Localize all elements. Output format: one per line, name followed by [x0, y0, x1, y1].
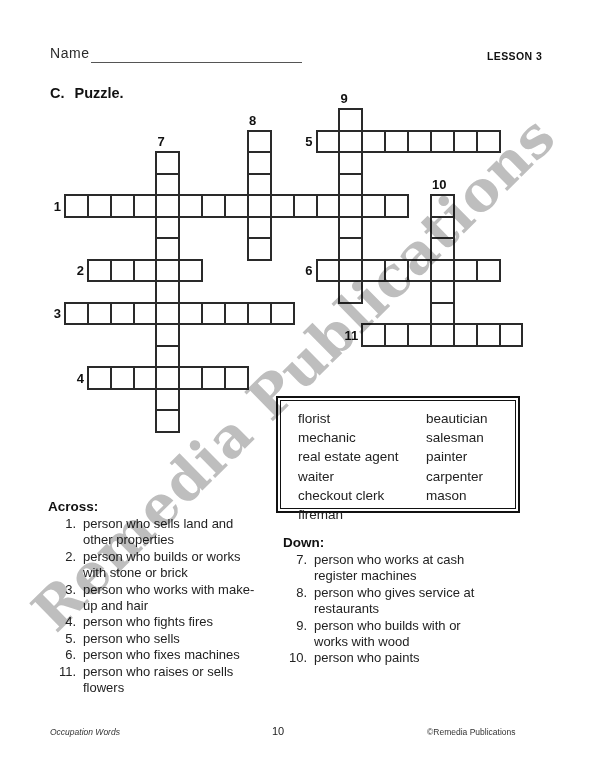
- across-clue-list: 1.person who sells land and other proper…: [48, 516, 260, 696]
- cell-r4-c9[interactable]: [270, 194, 295, 218]
- cell-r4-c1[interactable]: [87, 194, 112, 218]
- across-clue-1: 1.person who sells land and other proper…: [48, 516, 260, 549]
- cell-r1-c15[interactable]: [407, 130, 432, 154]
- cell-r5-c16[interactable]: [430, 216, 455, 240]
- cell-r4-c6[interactable]: [201, 194, 226, 218]
- clue-number: 5.: [48, 631, 76, 647]
- cell-r1-c18[interactable]: [476, 130, 501, 154]
- cell-r7-c17[interactable]: [453, 259, 478, 283]
- worksheet-page: Name LESSON 3 C.Puzzle. 1234561178910 fl…: [0, 0, 600, 780]
- word-bank-right-column: beauticiansalesmanpaintercarpentermason: [426, 409, 488, 508]
- clue-number-8-down: 8: [249, 113, 256, 128]
- down-clue-10: 10.person who paints: [283, 650, 480, 666]
- word-bank-item: real estate agent: [298, 447, 426, 466]
- cell-r2-c12[interactable]: [338, 151, 363, 175]
- word-bank-item: salesman: [426, 428, 488, 447]
- across-clue-5: 5.person who sells: [48, 631, 260, 647]
- word-bank-item: mechanic: [298, 428, 426, 447]
- cell-r7-c1[interactable]: [87, 259, 112, 283]
- cell-r1-c8[interactable]: [247, 130, 272, 154]
- across-clue-2: 2.person who builds or works with stone …: [48, 549, 260, 582]
- cell-r3-c12[interactable]: [338, 173, 363, 197]
- word-bank-item: waiter: [298, 467, 426, 486]
- cell-r4-c16[interactable]: [430, 194, 455, 218]
- cell-r12-c3[interactable]: [133, 366, 158, 390]
- cell-r1-c11[interactable]: [316, 130, 341, 154]
- clue-number: 6.: [48, 647, 76, 663]
- across-clue-11: 11.person who raises or sells flowers: [48, 664, 260, 697]
- cell-r9-c6[interactable]: [201, 302, 226, 326]
- cell-r6-c4[interactable]: [155, 237, 180, 261]
- word-bank-inner: floristmechanicreal estate agentwaiterch…: [280, 400, 516, 509]
- cell-r9-c8[interactable]: [247, 302, 272, 326]
- cell-r1-c13[interactable]: [361, 130, 386, 154]
- clue-number-5-across: 5: [305, 134, 312, 149]
- cell-r8-c16[interactable]: [430, 280, 455, 304]
- cell-r4-c12[interactable]: [338, 194, 363, 218]
- cell-r1-c16[interactable]: [430, 130, 455, 154]
- cell-r2-c8[interactable]: [247, 151, 272, 175]
- cell-r10-c15[interactable]: [407, 323, 432, 347]
- clue-text: person who raises or sells flowers: [83, 664, 260, 697]
- cell-r6-c12[interactable]: [338, 237, 363, 261]
- clue-text: person who paints: [314, 650, 480, 666]
- clue-number: 4.: [48, 614, 76, 630]
- cell-r10-c16[interactable]: [430, 323, 455, 347]
- word-bank-item: carpenter: [426, 467, 488, 486]
- cell-r1-c12[interactable]: [338, 130, 363, 154]
- clue-number-3-across: 3: [54, 306, 61, 321]
- cell-r4-c0[interactable]: [64, 194, 89, 218]
- cell-r9-c1[interactable]: [87, 302, 112, 326]
- cell-r9-c0[interactable]: [64, 302, 89, 326]
- cell-r4-c4[interactable]: [155, 194, 180, 218]
- clue-text: person who fixes machines: [83, 647, 260, 663]
- clue-number-6-across: 6: [305, 263, 312, 278]
- cell-r0-c12[interactable]: [338, 108, 363, 132]
- cell-r10-c13[interactable]: [361, 323, 386, 347]
- cell-r4-c14[interactable]: [384, 194, 409, 218]
- cell-r14-c4[interactable]: [155, 409, 180, 433]
- down-clue-8: 8.person who gives service at restaurant…: [283, 585, 480, 618]
- cell-r7-c15[interactable]: [407, 259, 432, 283]
- clue-text: person who sells: [83, 631, 260, 647]
- clue-number-2-across: 2: [77, 263, 84, 278]
- cell-r7-c18[interactable]: [476, 259, 501, 283]
- cell-r8-c12[interactable]: [338, 280, 363, 304]
- clue-text: person who builds or works with stone or…: [83, 549, 260, 582]
- clue-number: 3.: [48, 582, 76, 615]
- down-clue-9: 9.person who builds with or works with w…: [283, 618, 480, 651]
- cell-r13-c4[interactable]: [155, 388, 180, 412]
- word-bank-item: beautician: [426, 409, 488, 428]
- cell-r12-c2[interactable]: [110, 366, 135, 390]
- clue-number: 8.: [283, 585, 307, 618]
- down-clue-7: 7.person who works at cash register mach…: [283, 552, 480, 585]
- cell-r4-c2[interactable]: [110, 194, 135, 218]
- cell-r9-c4[interactable]: [155, 302, 180, 326]
- clue-text: person who works with make-up and hair: [83, 582, 260, 615]
- cell-r8-c4[interactable]: [155, 280, 180, 304]
- cell-r11-c4[interactable]: [155, 345, 180, 369]
- cell-r12-c5[interactable]: [178, 366, 203, 390]
- clue-text: person who builds with or works with woo…: [314, 618, 480, 651]
- word-bank-left-column: floristmechanicreal estate agentwaiterch…: [298, 409, 426, 508]
- cell-r12-c1[interactable]: [87, 366, 112, 390]
- clue-text: person who fights fires: [83, 614, 260, 630]
- clue-number-1-across: 1: [54, 198, 61, 213]
- cell-r9-c7[interactable]: [224, 302, 249, 326]
- cell-r4-c11[interactable]: [316, 194, 341, 218]
- clue-number-10-down: 10: [432, 177, 446, 192]
- cell-r3-c4[interactable]: [155, 173, 180, 197]
- down-heading: Down:: [283, 535, 324, 550]
- cell-r9-c2[interactable]: [110, 302, 135, 326]
- cell-r4-c8[interactable]: [247, 194, 272, 218]
- cell-r7-c14[interactable]: [384, 259, 409, 283]
- clue-number: 1.: [48, 516, 76, 549]
- cell-r4-c7[interactable]: [224, 194, 249, 218]
- cell-r1-c17[interactable]: [453, 130, 478, 154]
- cell-r10-c18[interactable]: [476, 323, 501, 347]
- cell-r10-c19[interactable]: [499, 323, 524, 347]
- across-clue-4: 4.person who fights fires: [48, 614, 260, 630]
- word-bank-item: checkout clerk: [298, 486, 426, 505]
- cell-r5-c12[interactable]: [338, 216, 363, 240]
- cell-r6-c8[interactable]: [247, 237, 272, 261]
- word-bank-item: mason: [426, 486, 488, 505]
- across-clue-3: 3.person who works with make-up and hair: [48, 582, 260, 615]
- clue-text: person who sells land and other properti…: [83, 516, 260, 549]
- clue-number-4-across: 4: [77, 370, 84, 385]
- footer-copyright: ©Remedia Publications: [427, 727, 515, 737]
- cell-r9-c5[interactable]: [178, 302, 203, 326]
- cell-r4-c3[interactable]: [133, 194, 158, 218]
- clue-number: 7.: [283, 552, 307, 585]
- cell-r12-c7[interactable]: [224, 366, 249, 390]
- across-clue-6: 6.person who fixes machines: [48, 647, 260, 663]
- cell-r7-c5[interactable]: [178, 259, 203, 283]
- word-bank-item: painter: [426, 447, 488, 466]
- cell-r9-c16[interactable]: [430, 302, 455, 326]
- clue-text: person who gives service at restaurants: [314, 585, 480, 618]
- clue-number: 9.: [283, 618, 307, 651]
- clue-number-7-down: 7: [157, 134, 164, 149]
- cell-r9-c9[interactable]: [270, 302, 295, 326]
- cell-r4-c10[interactable]: [293, 194, 318, 218]
- word-bank-item: florist: [298, 409, 426, 428]
- word-bank-item: fireman: [298, 505, 426, 524]
- cell-r7-c4[interactable]: [155, 259, 180, 283]
- cell-r7-c2[interactable]: [110, 259, 135, 283]
- cell-r4-c13[interactable]: [361, 194, 386, 218]
- clue-number-9-down: 9: [340, 91, 347, 106]
- cell-r12-c4[interactable]: [155, 366, 180, 390]
- cell-r6-c16[interactable]: [430, 237, 455, 261]
- cell-r7-c3[interactable]: [133, 259, 158, 283]
- cell-r5-c8[interactable]: [247, 216, 272, 240]
- clue-number: 11.: [48, 664, 76, 697]
- footer-worksheet-title: Occupation Words: [50, 727, 120, 737]
- word-bank-box: floristmechanicreal estate agentwaiterch…: [276, 396, 520, 513]
- cell-r7-c16[interactable]: [430, 259, 455, 283]
- cell-r12-c6[interactable]: [201, 366, 226, 390]
- cell-r5-c4[interactable]: [155, 216, 180, 240]
- cell-r7-c12[interactable]: [338, 259, 363, 283]
- cell-r9-c3[interactable]: [133, 302, 158, 326]
- cell-r10-c4[interactable]: [155, 323, 180, 347]
- cell-r1-c14[interactable]: [384, 130, 409, 154]
- footer-page-number: 10: [262, 725, 294, 737]
- clue-number-11-across: 11: [345, 327, 359, 342]
- cell-r4-c5[interactable]: [178, 194, 203, 218]
- cell-r2-c4[interactable]: [155, 151, 180, 175]
- cell-r10-c14[interactable]: [384, 323, 409, 347]
- clue-number: 10.: [283, 650, 307, 666]
- cell-r7-c11[interactable]: [316, 259, 341, 283]
- cell-r3-c8[interactable]: [247, 173, 272, 197]
- clue-number: 2.: [48, 549, 76, 582]
- cell-r10-c17[interactable]: [453, 323, 478, 347]
- across-heading: Across:: [48, 499, 98, 514]
- cell-r7-c13[interactable]: [361, 259, 386, 283]
- down-clue-list: 7.person who works at cash register mach…: [283, 552, 480, 667]
- clue-text: person who works at cash register machin…: [314, 552, 480, 585]
